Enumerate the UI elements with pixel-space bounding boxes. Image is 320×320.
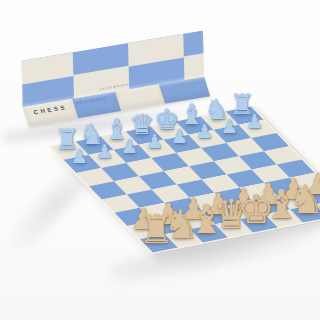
piece-blue-pawn-a7[interactable]: ♟ xyxy=(71,147,88,166)
piece-blue-pawn-b7[interactable]: ♟ xyxy=(96,142,113,161)
piece-blue-pawn-f7[interactable]: ♟ xyxy=(196,122,213,141)
box-brand-text: PRINTWORKS xyxy=(76,96,107,105)
box-title-text: CHESS xyxy=(33,104,68,115)
piece-blue-pawn-g7[interactable]: ♟ xyxy=(221,117,238,136)
piece-blue-pawn-e7[interactable]: ♟ xyxy=(171,127,188,146)
piece-blue-pawn-d7[interactable]: ♟ xyxy=(146,132,163,151)
product-photo-stage: PRINTWORKS CHESS PRINTWORKS ♜♞♝♛♚♝♞♜♟♟♟♟… xyxy=(0,0,320,320)
piece-wood-rook-h1[interactable]: ♜ xyxy=(313,173,320,213)
piece-blue-pawn-h7[interactable]: ♟ xyxy=(246,112,263,131)
piece-blue-pawn-c7[interactable]: ♟ xyxy=(121,137,138,156)
